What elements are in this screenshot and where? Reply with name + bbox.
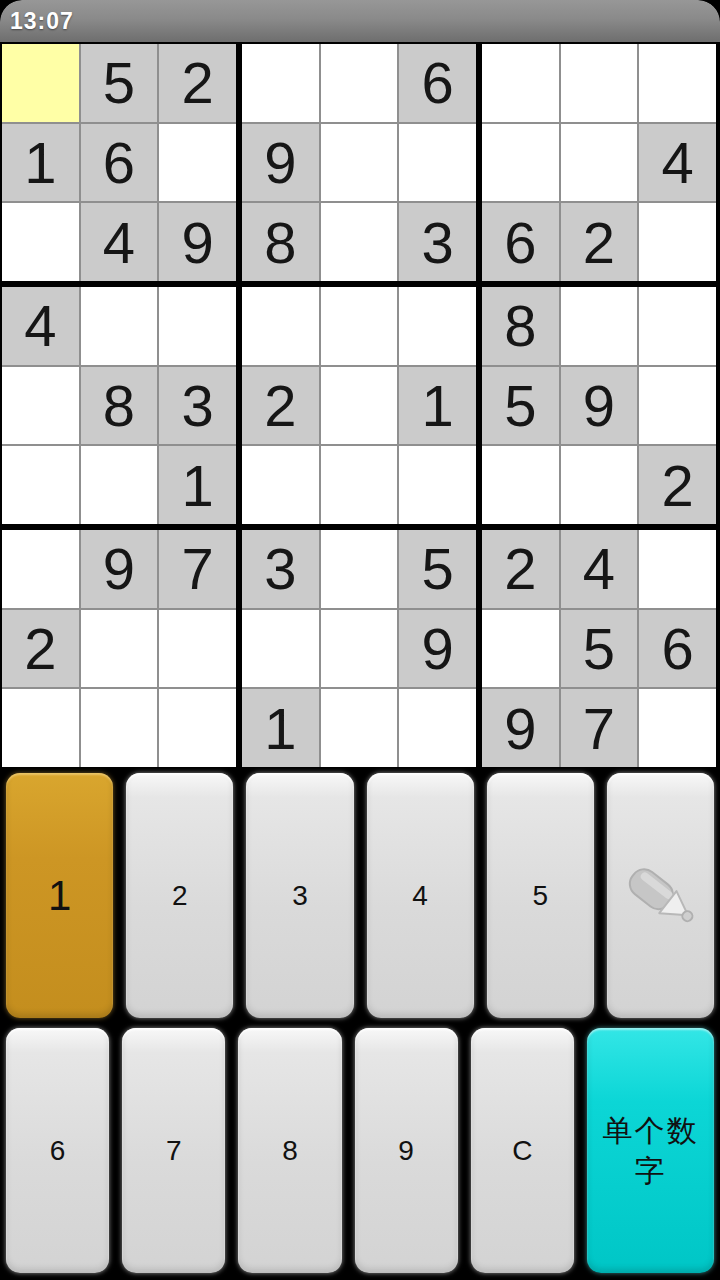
cell-r7c1[interactable] (2, 530, 79, 608)
cell-r9c8[interactable]: 7 (561, 689, 638, 767)
board-box-1-3: 462 (482, 44, 716, 281)
cell-r7c5[interactable] (321, 530, 398, 608)
cell-r7c9[interactable] (639, 530, 716, 608)
cell-r9c4[interactable]: 1 (242, 689, 319, 767)
cell-r4c3[interactable] (159, 287, 236, 365)
keypad: 123456789C单个数字 (0, 773, 720, 1273)
cell-r8c9[interactable]: 6 (639, 610, 716, 688)
cell-r7c7[interactable]: 2 (482, 530, 559, 608)
cell-r3c3[interactable]: 9 (159, 203, 236, 281)
cell-r4c2[interactable] (81, 287, 158, 365)
cell-r6c9[interactable]: 2 (639, 446, 716, 524)
cell-r1c2[interactable]: 5 (81, 44, 158, 122)
cell-r7c8[interactable]: 4 (561, 530, 638, 608)
cell-r2c4[interactable]: 9 (242, 124, 319, 202)
cell-r8c3[interactable] (159, 610, 236, 688)
cell-r3c8[interactable]: 2 (561, 203, 638, 281)
cell-r2c5[interactable] (321, 124, 398, 202)
cell-r3c2[interactable]: 4 (81, 203, 158, 281)
cell-r9c2[interactable] (81, 689, 158, 767)
cell-r4c9[interactable] (639, 287, 716, 365)
cell-r7c6[interactable]: 5 (399, 530, 476, 608)
key-clear[interactable]: C (471, 1028, 574, 1273)
key-6[interactable]: 6 (6, 1028, 109, 1273)
cell-r8c7[interactable] (482, 610, 559, 688)
cell-r8c1[interactable]: 2 (2, 610, 79, 688)
cell-r6c5[interactable] (321, 446, 398, 524)
key-pencil[interactable] (607, 773, 714, 1018)
cell-r7c2[interactable]: 9 (81, 530, 158, 608)
cell-r2c1[interactable]: 1 (2, 124, 79, 202)
cell-r5c6[interactable]: 1 (399, 367, 476, 445)
cell-r6c4[interactable] (242, 446, 319, 524)
cell-r9c5[interactable] (321, 689, 398, 767)
board-box-2-2: 21 (242, 287, 476, 524)
cell-r6c1[interactable] (2, 446, 79, 524)
cell-r9c6[interactable] (399, 689, 476, 767)
key-single-digit-mode[interactable]: 单个数字 (587, 1028, 714, 1273)
cell-r5c7[interactable]: 5 (482, 367, 559, 445)
cell-r1c6[interactable]: 6 (399, 44, 476, 122)
pencil-icon (612, 848, 708, 944)
cell-r1c7[interactable] (482, 44, 559, 122)
cell-r8c4[interactable] (242, 610, 319, 688)
status-bar: 13:07 (0, 0, 720, 42)
cell-r8c6[interactable]: 9 (399, 610, 476, 688)
cell-r4c8[interactable] (561, 287, 638, 365)
cell-r9c9[interactable] (639, 689, 716, 767)
key-4[interactable]: 4 (367, 773, 474, 1018)
keypad-row-1: 12345 (6, 773, 714, 1018)
cell-r8c2[interactable] (81, 610, 158, 688)
board-box-3-1: 972 (2, 530, 236, 767)
cell-r3c1[interactable] (2, 203, 79, 281)
cell-r6c3[interactable]: 1 (159, 446, 236, 524)
cell-r7c4[interactable]: 3 (242, 530, 319, 608)
cell-r2c9[interactable]: 4 (639, 124, 716, 202)
key-1[interactable]: 1 (6, 773, 113, 1018)
cell-r3c7[interactable]: 6 (482, 203, 559, 281)
cell-r3c5[interactable] (321, 203, 398, 281)
cell-r1c3[interactable]: 2 (159, 44, 236, 122)
cell-r1c4[interactable] (242, 44, 319, 122)
key-9[interactable]: 9 (355, 1028, 458, 1273)
cell-r8c5[interactable] (321, 610, 398, 688)
cell-r5c1[interactable] (2, 367, 79, 445)
cell-r4c7[interactable]: 8 (482, 287, 559, 365)
key-3[interactable]: 3 (246, 773, 353, 1018)
key-5[interactable]: 5 (487, 773, 594, 1018)
cell-r9c3[interactable] (159, 689, 236, 767)
cell-r4c5[interactable] (321, 287, 398, 365)
key-7[interactable]: 7 (122, 1028, 225, 1273)
cell-r5c9[interactable] (639, 367, 716, 445)
cell-r3c4[interactable]: 8 (242, 203, 319, 281)
cell-r8c8[interactable]: 5 (561, 610, 638, 688)
cell-r7c3[interactable]: 7 (159, 530, 236, 608)
cell-r6c8[interactable] (561, 446, 638, 524)
clock-text: 13:07 (0, 8, 74, 35)
board-box-2-1: 4831 (2, 287, 236, 524)
cell-r5c8[interactable]: 9 (561, 367, 638, 445)
cell-r1c1[interactable] (2, 44, 79, 122)
cell-r1c9[interactable] (639, 44, 716, 122)
cell-r5c4[interactable]: 2 (242, 367, 319, 445)
keypad-row-2: 6789C单个数字 (6, 1028, 714, 1273)
board-box-2-3: 8592 (482, 287, 716, 524)
cell-r5c5[interactable] (321, 367, 398, 445)
board-box-1-2: 6983 (242, 44, 476, 281)
sudoku-board: 521649698346248312185929723591245697 (0, 42, 720, 767)
cell-r5c3[interactable]: 3 (159, 367, 236, 445)
board-box-3-2: 3591 (242, 530, 476, 767)
cell-r2c8[interactable] (561, 124, 638, 202)
board-box-1-1: 521649 (2, 44, 236, 281)
cell-r4c6[interactable] (399, 287, 476, 365)
cell-r1c8[interactable] (561, 44, 638, 122)
cell-r6c2[interactable] (81, 446, 158, 524)
cell-r6c7[interactable] (482, 446, 559, 524)
key-2[interactable]: 2 (126, 773, 233, 1018)
cell-r3c9[interactable] (639, 203, 716, 281)
cell-r1c5[interactable] (321, 44, 398, 122)
cell-r2c2[interactable]: 6 (81, 124, 158, 202)
board-box-3-3: 245697 (482, 530, 716, 767)
cell-r9c1[interactable] (2, 689, 79, 767)
cell-r5c2[interactable]: 8 (81, 367, 158, 445)
key-8[interactable]: 8 (238, 1028, 341, 1273)
cell-r2c6[interactable] (399, 124, 476, 202)
app-screen: 13:07 5216496983462483121859297235912456… (0, 0, 720, 1280)
cell-r4c1[interactable]: 4 (2, 287, 79, 365)
cell-r2c3[interactable] (159, 124, 236, 202)
cell-r6c6[interactable] (399, 446, 476, 524)
cell-r3c6[interactable]: 3 (399, 203, 476, 281)
cell-r9c7[interactable]: 9 (482, 689, 559, 767)
cell-r4c4[interactable] (242, 287, 319, 365)
cell-r2c7[interactable] (482, 124, 559, 202)
